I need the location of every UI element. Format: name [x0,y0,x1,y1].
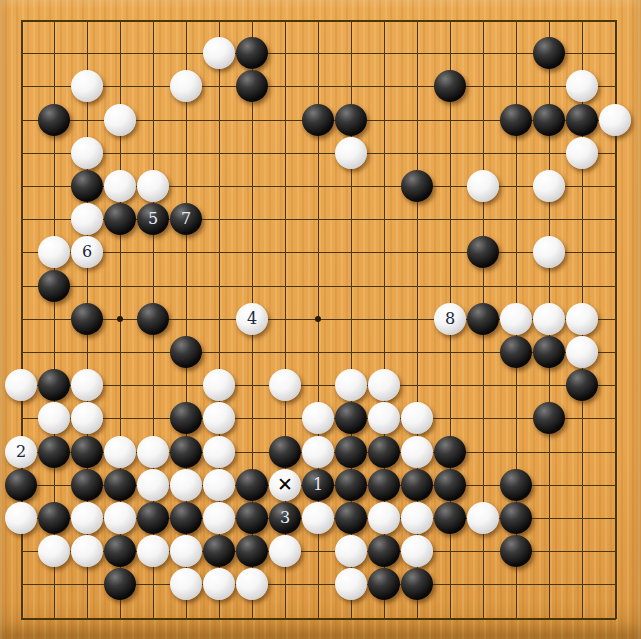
black-stone[interactable] [434,70,466,102]
white-stone[interactable] [170,469,202,501]
white-stone[interactable] [71,502,103,534]
black-stone[interactable] [401,568,433,600]
white-stone[interactable] [533,170,565,202]
black-stone[interactable] [203,535,235,567]
black-stone[interactable]: 7 [170,203,202,235]
white-stone[interactable] [137,436,169,468]
white-stone[interactable] [203,502,235,534]
black-stone[interactable] [38,270,70,302]
white-stone[interactable]: 6 [71,236,103,268]
move-number-label: 5 [148,211,158,227]
white-stone[interactable] [203,369,235,401]
white-stone[interactable] [71,137,103,169]
white-stone[interactable] [137,170,169,202]
black-stone[interactable] [170,502,202,534]
white-stone[interactable] [203,436,235,468]
white-stone[interactable] [269,369,301,401]
black-stone[interactable] [170,436,202,468]
black-stone[interactable] [467,236,499,268]
black-stone[interactable] [368,436,400,468]
black-stone[interactable] [38,502,70,534]
white-stone[interactable] [467,170,499,202]
black-stone[interactable] [335,436,367,468]
black-stone[interactable] [566,104,598,136]
white-stone[interactable] [401,535,433,567]
black-stone[interactable] [533,104,565,136]
black-stone[interactable] [302,104,334,136]
white-stone[interactable] [203,568,235,600]
cross-marker: ✕ [277,475,293,494]
black-stone[interactable] [71,436,103,468]
white-stone[interactable] [368,369,400,401]
black-stone[interactable] [401,170,433,202]
black-stone[interactable] [566,369,598,401]
white-stone[interactable] [335,568,367,600]
black-stone[interactable] [500,535,532,567]
white-stone[interactable] [203,402,235,434]
white-stone[interactable] [137,535,169,567]
white-stone[interactable] [236,568,268,600]
black-stone[interactable] [368,568,400,600]
black-stone[interactable] [467,303,499,335]
white-stone[interactable]: 2 [5,436,37,468]
white-stone[interactable] [335,535,367,567]
white-stone[interactable] [71,70,103,102]
black-stone[interactable] [236,37,268,69]
black-stone[interactable] [71,170,103,202]
white-stone[interactable]: 4 [236,303,268,335]
white-stone[interactable] [137,469,169,501]
white-stone[interactable] [71,203,103,235]
move-number-label: 2 [16,444,26,460]
white-stone[interactable] [566,137,598,169]
black-stone[interactable]: 5 [137,203,169,235]
white-stone[interactable] [566,70,598,102]
white-stone[interactable] [533,236,565,268]
white-stone[interactable] [566,336,598,368]
white-stone[interactable] [71,535,103,567]
black-stone[interactable] [71,469,103,501]
white-stone[interactable] [5,502,37,534]
white-stone[interactable] [5,369,37,401]
go-board[interactable]: 576482✕13 [0,0,641,639]
white-stone[interactable] [467,502,499,534]
black-stone[interactable] [170,402,202,434]
black-stone[interactable] [5,469,37,501]
black-stone[interactable] [236,469,268,501]
black-stone[interactable] [137,502,169,534]
black-stone[interactable] [500,336,532,368]
white-stone[interactable] [104,104,136,136]
move-number-label: 4 [247,311,257,327]
white-stone[interactable] [302,436,334,468]
black-stone[interactable] [104,469,136,501]
white-stone[interactable] [368,502,400,534]
white-stone[interactable] [170,535,202,567]
white-stone[interactable] [500,303,532,335]
black-stone[interactable] [368,469,400,501]
black-stone[interactable] [533,336,565,368]
white-stone[interactable] [38,236,70,268]
black-stone[interactable] [533,402,565,434]
black-stone[interactable] [434,469,466,501]
white-stone[interactable] [104,170,136,202]
move-number-label: 3 [280,510,290,526]
white-stone[interactable] [104,436,136,468]
white-stone[interactable] [302,502,334,534]
white-stone[interactable] [401,436,433,468]
move-number-label: 6 [82,244,92,260]
move-number-label: 8 [445,311,455,327]
white-stone[interactable] [368,402,400,434]
black-stone[interactable] [434,502,466,534]
black-stone[interactable] [335,502,367,534]
black-stone[interactable] [500,469,532,501]
black-stone[interactable] [38,104,70,136]
black-stone[interactable] [335,469,367,501]
black-stone[interactable] [500,502,532,534]
black-stone[interactable]: 1 [302,469,334,501]
white-stone[interactable] [38,402,70,434]
white-stone[interactable] [170,70,202,102]
black-stone[interactable] [38,369,70,401]
black-stone[interactable]: 3 [269,502,301,534]
white-stone[interactable] [302,402,334,434]
black-stone[interactable] [401,469,433,501]
black-stone[interactable] [236,502,268,534]
white-stone[interactable] [533,303,565,335]
move-number-label: 7 [181,211,191,227]
black-stone[interactable] [533,37,565,69]
white-stone[interactable] [203,469,235,501]
white-stone[interactable] [71,402,103,434]
white-stone[interactable] [38,535,70,567]
star-point [117,316,123,322]
white-stone[interactable] [203,37,235,69]
black-stone[interactable] [104,203,136,235]
white-stone[interactable] [401,502,433,534]
black-stone[interactable] [368,535,400,567]
black-stone[interactable] [38,436,70,468]
white-stone[interactable] [335,137,367,169]
move-number-label: 1 [313,477,323,493]
black-stone[interactable] [170,336,202,368]
black-stone[interactable] [269,436,301,468]
black-stone[interactable] [335,104,367,136]
white-stone[interactable] [566,303,598,335]
white-stone[interactable]: 8 [434,303,466,335]
white-stone[interactable] [269,535,301,567]
black-stone[interactable] [71,303,103,335]
black-stone[interactable] [434,436,466,468]
white-stone[interactable]: ✕ [269,469,301,501]
white-stone[interactable] [170,568,202,600]
black-stone[interactable] [104,535,136,567]
white-stone[interactable] [335,369,367,401]
white-stone[interactable] [401,402,433,434]
star-point [315,316,321,322]
white-stone[interactable] [104,502,136,534]
white-stone[interactable] [71,369,103,401]
black-stone[interactable] [236,535,268,567]
white-stone[interactable] [599,104,631,136]
black-stone[interactable] [236,70,268,102]
black-stone[interactable] [137,303,169,335]
black-stone[interactable] [500,104,532,136]
black-stone[interactable] [104,568,136,600]
black-stone[interactable] [335,402,367,434]
